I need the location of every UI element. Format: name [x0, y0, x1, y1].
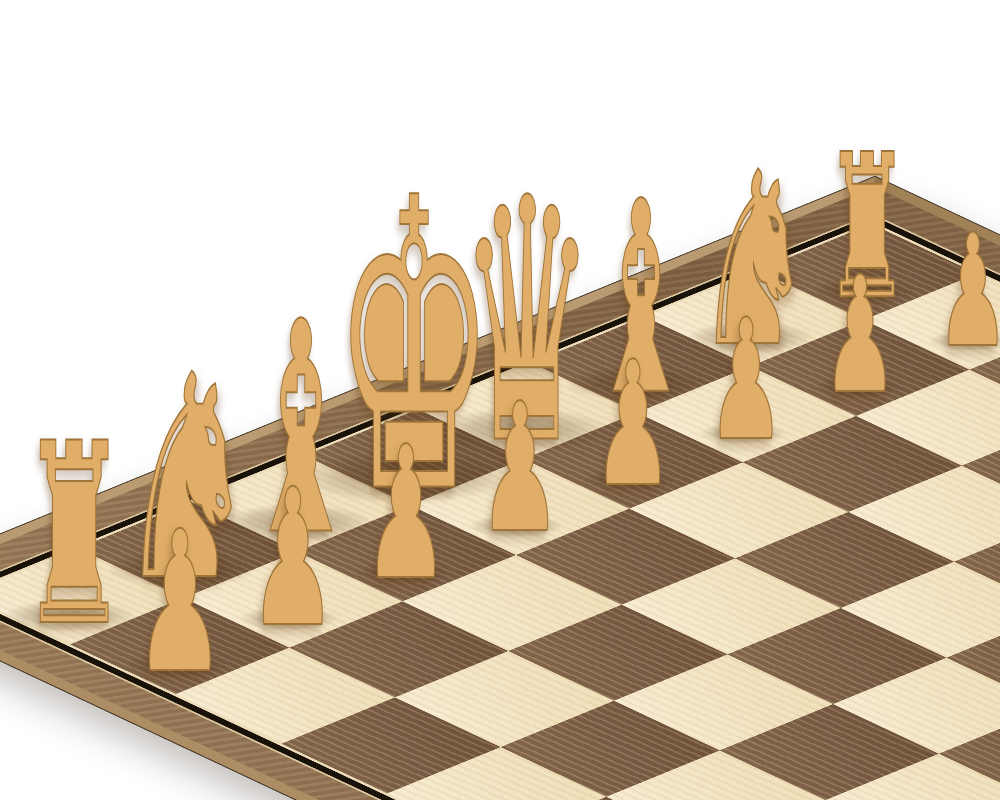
chess-board-frame [0, 177, 1000, 800]
photo-scene: ♜♞♝♛♚♝♞♜♟♟♟♟♟♟♟♟ [0, 0, 1000, 800]
chess-board-grid [0, 224, 1000, 800]
